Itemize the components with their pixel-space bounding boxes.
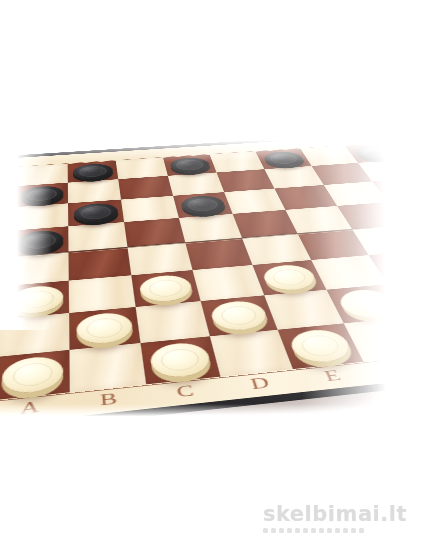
watermark-dot <box>343 528 348 533</box>
watermark-dot <box>319 528 324 533</box>
overexposure-haze <box>0 0 422 546</box>
watermark-dot <box>287 528 292 533</box>
photo-scene: ⛂⛂⛂⛂⛂⛂⛂⛂⛀⛀⛀⛀⛀⛀⛀⛀⛀ ABCDEFGH 87654321 <box>0 0 422 546</box>
watermark-dot <box>335 528 340 533</box>
watermark: skelbimai.lt <box>263 502 407 533</box>
watermark-dot <box>311 528 316 533</box>
watermark-dot <box>263 528 268 533</box>
watermark-dot <box>295 528 300 533</box>
watermark-dot <box>303 528 308 533</box>
watermark-dot <box>327 528 332 533</box>
watermark-dot <box>271 528 276 533</box>
watermark-dot <box>359 528 364 533</box>
watermark-text: skelbimai.lt <box>263 502 407 526</box>
watermark-dot <box>279 528 284 533</box>
photo-canvas: ⛂⛂⛂⛂⛂⛂⛂⛂⛀⛀⛀⛀⛀⛀⛀⛀⛀ ABCDEFGH 87654321 skel… <box>0 0 422 546</box>
watermark-dot <box>351 528 356 533</box>
watermark-dots <box>263 528 407 533</box>
